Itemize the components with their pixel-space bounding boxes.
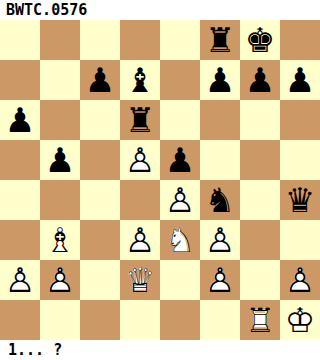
piece-black-pawn[interactable]: ♟ <box>280 60 320 100</box>
piece-white-pawn[interactable]: ♙ <box>200 260 240 300</box>
square-h5[interactable] <box>280 140 320 180</box>
square-h6[interactable] <box>280 100 320 140</box>
square-c2[interactable] <box>80 260 120 300</box>
square-g2[interactable] <box>240 260 280 300</box>
square-b4[interactable] <box>40 180 80 220</box>
square-f3[interactable]: ♟♙ <box>200 220 240 260</box>
square-e7[interactable] <box>160 60 200 100</box>
square-c1[interactable] <box>80 300 120 340</box>
square-f5[interactable] <box>200 140 240 180</box>
square-e2[interactable] <box>160 260 200 300</box>
piece-white-pawn[interactable]: ♙ <box>120 220 160 260</box>
square-g1[interactable]: ♜♖ <box>240 300 280 340</box>
square-a2[interactable]: ♟♙ <box>0 260 40 300</box>
piece-white-pawn[interactable]: ♙ <box>120 140 160 180</box>
square-f1[interactable] <box>200 300 240 340</box>
piece-black-king[interactable]: ♚ <box>240 20 280 60</box>
square-e1[interactable] <box>160 300 200 340</box>
square-h2[interactable]: ♟♙ <box>280 260 320 300</box>
square-h4[interactable]: ♛ <box>280 180 320 220</box>
square-f6[interactable] <box>200 100 240 140</box>
piece-white-queen[interactable]: ♕ <box>120 260 160 300</box>
diagram-header: BWTC.0576 <box>0 0 320 20</box>
square-b7[interactable] <box>40 60 80 100</box>
square-g7[interactable]: ♟ <box>240 60 280 100</box>
square-c3[interactable] <box>80 220 120 260</box>
square-g5[interactable] <box>240 140 280 180</box>
square-b2[interactable]: ♟♙ <box>40 260 80 300</box>
square-d8[interactable] <box>120 20 160 60</box>
square-g8[interactable]: ♚ <box>240 20 280 60</box>
puzzle-id-label: BWTC.0576 <box>6 0 87 20</box>
piece-white-pawn[interactable]: ♙ <box>0 260 40 300</box>
piece-black-knight[interactable]: ♞ <box>200 180 240 220</box>
piece-black-pawn[interactable]: ♟ <box>0 100 40 140</box>
piece-black-queen[interactable]: ♛ <box>280 180 320 220</box>
square-d5[interactable]: ♟♙ <box>120 140 160 180</box>
piece-white-pawn[interactable]: ♙ <box>200 220 240 260</box>
square-h7[interactable]: ♟ <box>280 60 320 100</box>
square-e6[interactable] <box>160 100 200 140</box>
piece-white-rook[interactable]: ♖ <box>240 300 280 340</box>
chess-diagram-window: BWTC.0576 ♜♚♟♝♟♟♟♟♜♟♟♙♟♟♙♞♛♝♗♟♙♞♘♟♙♟♙♟♙♛… <box>0 0 320 360</box>
square-b6[interactable] <box>40 100 80 140</box>
piece-black-pawn[interactable]: ♟ <box>40 140 80 180</box>
square-a1[interactable] <box>0 300 40 340</box>
square-g3[interactable] <box>240 220 280 260</box>
chess-board: ♜♚♟♝♟♟♟♟♜♟♟♙♟♟♙♞♛♝♗♟♙♞♘♟♙♟♙♟♙♛♕♟♙♟♙♜♖♚♔ <box>0 20 320 340</box>
square-f8[interactable]: ♜ <box>200 20 240 60</box>
diagram-footer: 1... ? <box>0 340 320 360</box>
square-c5[interactable] <box>80 140 120 180</box>
square-d6[interactable]: ♜ <box>120 100 160 140</box>
square-a6[interactable]: ♟ <box>0 100 40 140</box>
piece-black-rook[interactable]: ♜ <box>200 20 240 60</box>
piece-black-rook[interactable]: ♜ <box>120 100 160 140</box>
square-a7[interactable] <box>0 60 40 100</box>
square-h8[interactable] <box>280 20 320 60</box>
piece-black-pawn[interactable]: ♟ <box>240 60 280 100</box>
square-b1[interactable] <box>40 300 80 340</box>
square-f7[interactable]: ♟ <box>200 60 240 100</box>
square-b5[interactable]: ♟ <box>40 140 80 180</box>
piece-white-pawn[interactable]: ♙ <box>160 180 200 220</box>
piece-white-king[interactable]: ♔ <box>280 300 320 340</box>
piece-black-pawn[interactable]: ♟ <box>160 140 200 180</box>
piece-white-knight[interactable]: ♘ <box>160 220 200 260</box>
square-b8[interactable] <box>40 20 80 60</box>
square-f4[interactable]: ♞ <box>200 180 240 220</box>
square-a3[interactable] <box>0 220 40 260</box>
piece-white-bishop[interactable]: ♗ <box>40 220 80 260</box>
square-g4[interactable] <box>240 180 280 220</box>
square-c4[interactable] <box>80 180 120 220</box>
square-d7[interactable]: ♝ <box>120 60 160 100</box>
square-h3[interactable] <box>280 220 320 260</box>
square-c6[interactable] <box>80 100 120 140</box>
square-d1[interactable] <box>120 300 160 340</box>
piece-black-pawn[interactable]: ♟ <box>80 60 120 100</box>
square-a8[interactable] <box>0 20 40 60</box>
move-prompt-label: 1... ? <box>8 340 62 360</box>
square-e8[interactable] <box>160 20 200 60</box>
piece-black-bishop[interactable]: ♝ <box>120 60 160 100</box>
square-d4[interactable] <box>120 180 160 220</box>
square-e4[interactable]: ♟♙ <box>160 180 200 220</box>
piece-white-pawn[interactable]: ♙ <box>40 260 80 300</box>
piece-black-pawn[interactable]: ♟ <box>200 60 240 100</box>
square-a5[interactable] <box>0 140 40 180</box>
square-h1[interactable]: ♚♔ <box>280 300 320 340</box>
piece-white-pawn[interactable]: ♙ <box>280 260 320 300</box>
square-d2[interactable]: ♛♕ <box>120 260 160 300</box>
square-b3[interactable]: ♝♗ <box>40 220 80 260</box>
square-e3[interactable]: ♞♘ <box>160 220 200 260</box>
square-d3[interactable]: ♟♙ <box>120 220 160 260</box>
square-g6[interactable] <box>240 100 280 140</box>
square-c8[interactable] <box>80 20 120 60</box>
square-c7[interactable]: ♟ <box>80 60 120 100</box>
square-e5[interactable]: ♟ <box>160 140 200 180</box>
square-a4[interactable] <box>0 180 40 220</box>
square-f2[interactable]: ♟♙ <box>200 260 240 300</box>
